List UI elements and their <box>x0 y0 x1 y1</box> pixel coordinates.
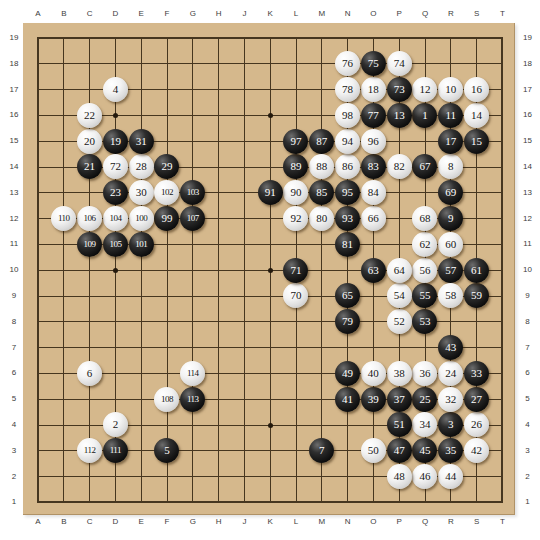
row-label-right-7: 7 <box>518 342 538 354</box>
row-label-right-18: 18 <box>518 58 538 70</box>
move-number: 89 <box>290 161 301 172</box>
move-number: 22 <box>84 110 95 121</box>
move-number: 12 <box>419 84 430 95</box>
column-label-bottom-a: A <box>28 516 48 528</box>
stone-white-q2-move-46[interactable]: 46 <box>412 464 437 489</box>
move-number: 98 <box>342 110 353 121</box>
move-number: 76 <box>342 58 353 69</box>
row-label-left-10: 10 <box>4 264 24 276</box>
move-number: 93 <box>342 213 353 224</box>
stone-white-o13-move-84[interactable]: 84 <box>361 180 386 205</box>
row-label-left-7: 7 <box>4 342 24 354</box>
stone-black-r16-move-11[interactable]: 11 <box>438 103 463 128</box>
column-label-bottom-f: F <box>157 516 177 528</box>
move-number: 72 <box>110 161 121 172</box>
stone-black-n5-move-41[interactable]: 41 <box>335 387 360 412</box>
stone-black-p5-move-37[interactable]: 37 <box>387 387 412 412</box>
stone-black-o14-move-83[interactable]: 83 <box>361 154 386 179</box>
column-label-bottom-g: G <box>183 516 203 528</box>
move-number: 2 <box>113 419 119 430</box>
stone-white-c16-move-22[interactable]: 22 <box>77 103 102 128</box>
move-number: 43 <box>445 342 456 353</box>
stone-white-n17-move-78[interactable]: 78 <box>335 77 360 102</box>
stone-black-g13-move-103[interactable]: 103 <box>180 180 205 205</box>
move-number: 6 <box>87 368 93 379</box>
column-label-top-b: B <box>54 8 74 20</box>
stone-white-d14-move-72[interactable]: 72 <box>103 154 128 179</box>
move-number: 75 <box>368 58 379 69</box>
move-number: 44 <box>445 471 456 482</box>
stone-white-d17-move-4[interactable]: 4 <box>103 77 128 102</box>
stone-white-s3-move-42[interactable]: 42 <box>464 438 489 463</box>
move-number: 78 <box>342 84 353 95</box>
move-number: 111 <box>110 446 121 455</box>
stone-white-c15-move-20[interactable]: 20 <box>77 129 102 154</box>
move-number: 16 <box>471 84 482 95</box>
stone-black-n12-move-93[interactable]: 93 <box>335 206 360 231</box>
stone-black-p3-move-47[interactable]: 47 <box>387 438 412 463</box>
move-number: 83 <box>368 161 379 172</box>
stone-black-q8-move-53[interactable]: 53 <box>412 309 437 334</box>
stone-black-d13-move-23[interactable]: 23 <box>103 180 128 205</box>
stone-black-n6-move-49[interactable]: 49 <box>335 361 360 386</box>
stone-black-m13-move-85[interactable]: 85 <box>309 180 334 205</box>
move-number: 105 <box>109 240 121 249</box>
move-number: 63 <box>368 265 379 276</box>
move-number: 66 <box>368 213 379 224</box>
move-number: 37 <box>394 394 405 405</box>
column-label-bottom-m: M <box>312 516 332 528</box>
column-label-bottom-q: Q <box>415 516 435 528</box>
stone-white-o6-move-40[interactable]: 40 <box>361 361 386 386</box>
stone-black-g12-move-107[interactable]: 107 <box>180 206 205 231</box>
move-number: 20 <box>84 136 95 147</box>
row-label-left-3: 3 <box>4 445 24 457</box>
column-label-bottom-b: B <box>54 516 74 528</box>
stone-black-g5-move-113[interactable]: 113 <box>180 387 205 412</box>
column-label-top-t: T <box>492 8 512 20</box>
column-label-top-a: A <box>28 8 48 20</box>
stone-white-g6-move-114[interactable]: 114 <box>180 361 205 386</box>
stone-white-o12-move-66[interactable]: 66 <box>361 206 386 231</box>
stone-black-d11-move-105[interactable]: 105 <box>103 232 128 257</box>
stone-black-r4-move-3[interactable]: 3 <box>438 412 463 437</box>
stone-white-p8-move-52[interactable]: 52 <box>387 309 412 334</box>
move-number: 90 <box>290 187 301 198</box>
column-label-bottom-s: S <box>467 516 487 528</box>
column-label-bottom-l: L <box>286 516 306 528</box>
stone-black-e11-move-101[interactable]: 101 <box>129 232 154 257</box>
stone-white-r9-move-58[interactable]: 58 <box>438 283 463 308</box>
move-number: 67 <box>419 161 430 172</box>
column-label-top-l: L <box>286 8 306 20</box>
column-label-top-r: R <box>441 8 461 20</box>
stone-white-n16-move-98[interactable]: 98 <box>335 103 360 128</box>
move-number: 47 <box>394 445 405 456</box>
row-label-right-2: 2 <box>518 471 538 483</box>
move-number: 1 <box>422 110 428 121</box>
stone-white-m14-move-88[interactable]: 88 <box>309 154 334 179</box>
move-number: 61 <box>471 265 482 276</box>
column-label-top-g: G <box>183 8 203 20</box>
stone-black-o16-move-77[interactable]: 77 <box>361 103 386 128</box>
stone-black-s10-move-61[interactable]: 61 <box>464 258 489 283</box>
move-number: 77 <box>368 110 379 121</box>
stone-white-c12-move-106[interactable]: 106 <box>77 206 102 231</box>
stone-black-r13-move-69[interactable]: 69 <box>438 180 463 205</box>
stone-black-o18-move-75[interactable]: 75 <box>361 51 386 76</box>
row-label-right-19: 19 <box>518 32 538 44</box>
stone-white-n18-move-76[interactable]: 76 <box>335 51 360 76</box>
stone-black-s15-move-15[interactable]: 15 <box>464 129 489 154</box>
move-number: 28 <box>136 161 147 172</box>
stone-black-s6-move-33[interactable]: 33 <box>464 361 489 386</box>
stone-black-p17-move-73[interactable]: 73 <box>387 77 412 102</box>
row-label-right-12: 12 <box>518 213 538 225</box>
move-number: 69 <box>445 187 456 198</box>
stone-white-s4-move-26[interactable]: 26 <box>464 412 489 437</box>
move-number: 31 <box>136 136 147 147</box>
stone-black-q3-move-45[interactable]: 45 <box>412 438 437 463</box>
move-number: 42 <box>471 445 482 456</box>
move-number: 114 <box>187 369 199 378</box>
move-number: 13 <box>394 110 405 121</box>
column-label-top-e: E <box>131 8 151 20</box>
move-number: 86 <box>342 161 353 172</box>
move-number: 87 <box>316 136 327 147</box>
move-number: 70 <box>290 290 301 301</box>
column-label-bottom-h: H <box>209 516 229 528</box>
row-label-right-9: 9 <box>518 290 538 302</box>
move-number: 109 <box>84 240 96 249</box>
stone-white-b12-move-110[interactable]: 110 <box>51 206 76 231</box>
move-number: 100 <box>135 214 147 223</box>
row-label-right-17: 17 <box>518 84 538 96</box>
move-number: 104 <box>109 214 121 223</box>
move-number: 80 <box>316 213 327 224</box>
move-number: 101 <box>135 240 147 249</box>
move-number: 25 <box>419 394 430 405</box>
stone-black-f14-move-29[interactable]: 29 <box>154 154 179 179</box>
column-label-top-n: N <box>338 8 358 20</box>
stone-white-l12-move-92[interactable]: 92 <box>283 206 308 231</box>
column-label-bottom-t: T <box>492 516 512 528</box>
stone-black-s5-move-27[interactable]: 27 <box>464 387 489 412</box>
move-number: 10 <box>445 84 456 95</box>
move-number: 18 <box>368 84 379 95</box>
row-label-right-14: 14 <box>518 161 538 173</box>
stone-white-p6-move-38[interactable]: 38 <box>387 361 412 386</box>
column-label-top-o: O <box>363 8 383 20</box>
move-number: 65 <box>342 290 353 301</box>
row-label-left-2: 2 <box>4 471 24 483</box>
stone-white-f5-move-108[interactable]: 108 <box>154 387 179 412</box>
stone-white-q12-move-68[interactable]: 68 <box>412 206 437 231</box>
stone-white-e13-move-30[interactable]: 30 <box>129 180 154 205</box>
column-label-top-j: J <box>234 8 254 20</box>
move-number: 56 <box>419 265 430 276</box>
move-number: 95 <box>342 187 353 198</box>
stone-black-q5-move-25[interactable]: 25 <box>412 387 437 412</box>
move-number: 48 <box>394 471 405 482</box>
stone-white-f13-move-102[interactable]: 102 <box>154 180 179 205</box>
column-label-bottom-r: R <box>441 516 461 528</box>
column-label-bottom-e: E <box>131 516 151 528</box>
stone-white-r14-move-8[interactable]: 8 <box>438 154 463 179</box>
stone-black-c11-move-109[interactable]: 109 <box>77 232 102 257</box>
stone-white-c3-move-112[interactable]: 112 <box>77 438 102 463</box>
row-label-right-6: 6 <box>518 367 538 379</box>
column-label-top-d: D <box>105 8 125 20</box>
move-number: 73 <box>394 84 405 95</box>
move-number: 62 <box>419 239 430 250</box>
column-label-bottom-n: N <box>338 516 358 528</box>
column-label-top-f: F <box>157 8 177 20</box>
move-number: 81 <box>342 239 353 250</box>
stone-white-c6-move-6[interactable]: 6 <box>77 361 102 386</box>
move-number: 79 <box>342 316 353 327</box>
stone-white-p10-move-64[interactable]: 64 <box>387 258 412 283</box>
stone-white-p2-move-48[interactable]: 48 <box>387 464 412 489</box>
move-number: 24 <box>445 368 456 379</box>
row-label-right-8: 8 <box>518 316 538 328</box>
move-number: 30 <box>136 187 147 198</box>
move-number: 50 <box>368 445 379 456</box>
move-number: 74 <box>394 58 405 69</box>
stone-white-q6-move-36[interactable]: 36 <box>412 361 437 386</box>
row-label-left-8: 8 <box>4 316 24 328</box>
move-number: 41 <box>342 394 353 405</box>
row-label-left-5: 5 <box>4 393 24 405</box>
move-number: 35 <box>445 445 456 456</box>
move-number: 84 <box>368 187 379 198</box>
stone-black-d3-move-111[interactable]: 111 <box>103 438 128 463</box>
row-label-left-18: 18 <box>4 58 24 70</box>
stone-white-r2-move-44[interactable]: 44 <box>438 464 463 489</box>
move-number: 64 <box>394 265 405 276</box>
stone-black-q14-move-67[interactable]: 67 <box>412 154 437 179</box>
move-number: 40 <box>368 368 379 379</box>
column-label-top-m: M <box>312 8 332 20</box>
column-label-top-s: S <box>467 8 487 20</box>
stone-black-p16-move-13[interactable]: 13 <box>387 103 412 128</box>
move-number: 38 <box>394 368 405 379</box>
stone-black-r3-move-35[interactable]: 35 <box>438 438 463 463</box>
row-label-left-17: 17 <box>4 84 24 96</box>
stone-white-s17-move-16[interactable]: 16 <box>464 77 489 102</box>
move-number: 88 <box>316 161 327 172</box>
row-label-left-6: 6 <box>4 367 24 379</box>
row-label-right-3: 3 <box>518 445 538 457</box>
stone-black-o5-move-39[interactable]: 39 <box>361 387 386 412</box>
move-number: 7 <box>319 445 325 456</box>
move-number: 8 <box>448 161 454 172</box>
stone-white-q4-move-34[interactable]: 34 <box>412 412 437 437</box>
stone-black-m3-move-7[interactable]: 7 <box>309 438 334 463</box>
move-number: 34 <box>419 419 430 430</box>
stone-black-l14-move-89[interactable]: 89 <box>283 154 308 179</box>
row-label-left-16: 16 <box>4 109 24 121</box>
stone-black-f3-move-5[interactable]: 5 <box>154 438 179 463</box>
stone-white-m12-move-80[interactable]: 80 <box>309 206 334 231</box>
column-label-top-h: H <box>209 8 229 20</box>
stone-white-e12-move-100[interactable]: 100 <box>129 206 154 231</box>
stone-white-r11-move-60[interactable]: 60 <box>438 232 463 257</box>
move-number: 3 <box>448 419 454 430</box>
stone-black-r12-move-9[interactable]: 9 <box>438 206 463 231</box>
move-number: 36 <box>419 368 430 379</box>
stone-white-q17-move-12[interactable]: 12 <box>412 77 437 102</box>
move-number: 92 <box>290 213 301 224</box>
stone-black-r7-move-43[interactable]: 43 <box>438 335 463 360</box>
move-number: 106 <box>84 214 96 223</box>
move-number: 15 <box>471 136 482 147</box>
stone-white-n15-move-94[interactable]: 94 <box>335 129 360 154</box>
stone-black-q16-move-1[interactable]: 1 <box>412 103 437 128</box>
move-number: 54 <box>394 290 405 301</box>
move-number: 112 <box>84 446 96 455</box>
row-label-right-13: 13 <box>518 187 538 199</box>
stone-black-d15-move-19[interactable]: 19 <box>103 129 128 154</box>
move-number: 14 <box>471 110 482 121</box>
move-number: 102 <box>161 188 173 197</box>
move-number: 94 <box>342 136 353 147</box>
move-number: 49 <box>342 368 353 379</box>
move-number: 46 <box>419 471 430 482</box>
column-label-bottom-c: C <box>80 516 100 528</box>
stone-white-d4-move-2[interactable]: 2 <box>103 412 128 437</box>
row-label-right-16: 16 <box>518 109 538 121</box>
stone-white-e14-move-28[interactable]: 28 <box>129 154 154 179</box>
move-number: 68 <box>419 213 430 224</box>
move-number: 33 <box>471 368 482 379</box>
column-label-top-q: Q <box>415 8 435 20</box>
stone-black-n9-move-65[interactable]: 65 <box>335 283 360 308</box>
stone-white-n14-move-86[interactable]: 86 <box>335 154 360 179</box>
stone-black-k13-move-91[interactable]: 91 <box>258 180 283 205</box>
stone-black-n11-move-81[interactable]: 81 <box>335 232 360 257</box>
column-label-top-k: K <box>260 8 280 20</box>
stone-white-p9-move-54[interactable]: 54 <box>387 283 412 308</box>
move-number: 5 <box>164 445 170 456</box>
move-number: 96 <box>368 136 379 147</box>
column-label-bottom-p: P <box>389 516 409 528</box>
stone-black-r10-move-57[interactable]: 57 <box>438 258 463 283</box>
move-number: 53 <box>419 316 430 327</box>
move-number: 58 <box>445 290 456 301</box>
stone-black-e15-move-31[interactable]: 31 <box>129 129 154 154</box>
move-number: 59 <box>471 290 482 301</box>
move-number: 19 <box>110 136 121 147</box>
row-label-right-1: 1 <box>518 496 538 508</box>
row-label-right-4: 4 <box>518 419 538 431</box>
stone-black-l15-move-97[interactable]: 97 <box>283 129 308 154</box>
row-label-left-19: 19 <box>4 32 24 44</box>
move-number: 113 <box>187 395 199 404</box>
stone-white-l13-move-90[interactable]: 90 <box>283 180 308 205</box>
column-label-bottom-o: O <box>363 516 383 528</box>
stone-black-q9-move-55[interactable]: 55 <box>412 283 437 308</box>
move-number: 45 <box>419 445 430 456</box>
go-kifu-page: 1234567891011121314151617181920212223242… <box>0 0 540 540</box>
stone-black-l10-move-71[interactable]: 71 <box>283 258 308 283</box>
stone-black-c14-move-21[interactable]: 21 <box>77 154 102 179</box>
move-number: 99 <box>161 213 172 224</box>
stone-black-s9-move-59[interactable]: 59 <box>464 283 489 308</box>
row-label-left-13: 13 <box>4 187 24 199</box>
stone-white-p14-move-82[interactable]: 82 <box>387 154 412 179</box>
stone-black-p4-move-51[interactable]: 51 <box>387 412 412 437</box>
stone-black-n8-move-79[interactable]: 79 <box>335 309 360 334</box>
move-number: 4 <box>113 84 119 95</box>
column-label-bottom-d: D <box>105 516 125 528</box>
stone-white-q11-move-62[interactable]: 62 <box>412 232 437 257</box>
row-label-left-4: 4 <box>4 419 24 431</box>
stone-white-r6-move-24[interactable]: 24 <box>438 361 463 386</box>
stone-white-p18-move-74[interactable]: 74 <box>387 51 412 76</box>
column-label-bottom-j: J <box>234 516 254 528</box>
move-number: 52 <box>394 316 405 327</box>
stone-white-r5-move-32[interactable]: 32 <box>438 387 463 412</box>
row-label-left-11: 11 <box>4 238 24 250</box>
move-number: 103 <box>187 188 199 197</box>
move-number: 91 <box>265 187 276 198</box>
move-number: 71 <box>290 265 301 276</box>
stones-grid: 1234567891011121314151617181920212223242… <box>25 25 515 515</box>
row-label-right-15: 15 <box>518 135 538 147</box>
stone-black-m15-move-87[interactable]: 87 <box>309 129 334 154</box>
move-number: 32 <box>445 394 456 405</box>
move-number: 97 <box>290 136 301 147</box>
move-number: 57 <box>445 265 456 276</box>
stone-black-n13-move-95[interactable]: 95 <box>335 180 360 205</box>
stone-black-o10-move-63[interactable]: 63 <box>361 258 386 283</box>
stone-white-q10-move-56[interactable]: 56 <box>412 258 437 283</box>
move-number: 11 <box>445 110 456 121</box>
stone-white-l9-move-70[interactable]: 70 <box>283 283 308 308</box>
column-label-bottom-k: K <box>260 516 280 528</box>
row-label-right-11: 11 <box>518 238 538 250</box>
stone-white-o3-move-50[interactable]: 50 <box>361 438 386 463</box>
move-number: 29 <box>161 161 172 172</box>
move-number: 23 <box>110 187 121 198</box>
row-label-left-12: 12 <box>4 213 24 225</box>
stone-white-r17-move-10[interactable]: 10 <box>438 77 463 102</box>
stone-black-f12-move-99[interactable]: 99 <box>154 206 179 231</box>
stone-black-r15-move-17[interactable]: 17 <box>438 129 463 154</box>
column-label-top-p: P <box>389 8 409 20</box>
move-number: 60 <box>445 239 456 250</box>
stone-white-d12-move-104[interactable]: 104 <box>103 206 128 231</box>
move-number: 39 <box>368 394 379 405</box>
move-number: 85 <box>316 187 327 198</box>
move-number: 55 <box>419 290 430 301</box>
move-number: 107 <box>187 214 199 223</box>
move-number: 17 <box>445 136 456 147</box>
move-number: 51 <box>394 419 405 430</box>
row-label-left-15: 15 <box>4 135 24 147</box>
row-label-right-10: 10 <box>518 264 538 276</box>
column-label-top-c: C <box>80 8 100 20</box>
row-label-left-14: 14 <box>4 161 24 173</box>
stone-white-o17-move-18[interactable]: 18 <box>361 77 386 102</box>
move-number: 27 <box>471 394 482 405</box>
stone-white-o15-move-96[interactable]: 96 <box>361 129 386 154</box>
row-label-left-1: 1 <box>4 496 24 508</box>
move-number: 108 <box>161 395 173 404</box>
stone-white-s16-move-14[interactable]: 14 <box>464 103 489 128</box>
row-label-right-5: 5 <box>518 393 538 405</box>
